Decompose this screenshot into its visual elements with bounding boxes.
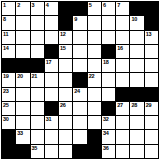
grid-cell-r8c9[interactable]: 27 (116, 102, 129, 115)
clue-number: 14 (3, 45, 9, 51)
clue-number: 5 (89, 2, 92, 8)
grid-cell-r4c3[interactable] (31, 45, 44, 58)
clue-number: 12 (60, 31, 66, 37)
grid-cell-r2c7[interactable] (88, 16, 101, 29)
clue-number: 35 (32, 145, 38, 151)
grid-cell-r9c10[interactable] (130, 116, 143, 129)
grid-cell-r11c9[interactable] (116, 145, 129, 158)
grid-cell-r9c8[interactable]: 32 (102, 116, 115, 129)
grid-cell-r7c2[interactable] (16, 88, 29, 101)
grid-cell-r5c7[interactable] (88, 59, 101, 72)
clue-number: 25 (3, 102, 9, 108)
grid-cell-r5c11[interactable] (145, 59, 158, 72)
grid-cell-r7c6[interactable]: 24 (73, 88, 86, 101)
grid-cell-r6c7[interactable]: 22 (88, 73, 101, 86)
black-cell-r10c7 (88, 130, 101, 143)
grid-cell-r3c3[interactable] (31, 31, 44, 44)
black-cell-r1c5 (59, 2, 72, 15)
grid-cell-r6c4[interactable] (45, 73, 58, 86)
clue-number: 21 (32, 73, 38, 79)
clue-number: 13 (146, 31, 152, 37)
black-cell-r4c8 (102, 45, 115, 58)
grid-cell-r3c9[interactable] (116, 31, 129, 44)
grid-cell-r2c6[interactable]: 9 (73, 16, 86, 29)
grid-cell-r5c10[interactable] (130, 59, 143, 72)
grid-cell-r2c3[interactable] (31, 16, 44, 29)
grid-cell-r8c5[interactable]: 26 (59, 102, 72, 115)
grid-cell-r11c3[interactable]: 35 (31, 145, 44, 158)
grid-cell-r11c11[interactable] (145, 145, 158, 158)
grid-cell-r1c2[interactable]: 2 (16, 2, 29, 15)
black-cell-r8c8 (102, 102, 115, 115)
grid-cell-r6c10[interactable] (130, 73, 143, 86)
grid-cell-r1c7[interactable]: 5 (88, 2, 101, 15)
grid-cell-r9c2[interactable] (16, 116, 29, 129)
clue-number: 31 (46, 116, 52, 122)
clue-number: 26 (60, 102, 66, 108)
grid-cell-r5c8[interactable]: 18 (102, 59, 115, 72)
clue-number: 1 (3, 2, 6, 8)
grid-cell-r2c8[interactable] (102, 16, 115, 29)
clue-number: 29 (146, 102, 152, 108)
black-cell-r1c6 (73, 2, 86, 15)
grid-cell-r10c8[interactable]: 34 (102, 130, 115, 143)
grid-cell-r2c4[interactable] (45, 16, 58, 29)
grid-cell-r6c9[interactable] (116, 73, 129, 86)
grid-cell-r2c9[interactable] (116, 16, 129, 29)
clue-number: 6 (103, 2, 106, 8)
grid-cell-r4c7[interactable] (88, 45, 101, 58)
grid-cell-r7c8[interactable] (102, 88, 115, 101)
black-cell-r8c4 (45, 102, 58, 115)
clue-number: 24 (74, 88, 80, 94)
clue-number: 2 (17, 2, 20, 8)
grid-cell-r9c11[interactable] (145, 116, 158, 129)
black-cell-r1c10 (130, 2, 143, 15)
clue-number: 30 (3, 116, 9, 122)
grid-cell-r4c9[interactable]: 16 (116, 45, 129, 58)
grid-cell-r1c3[interactable]: 3 (31, 2, 44, 15)
grid-cell-r5c6[interactable] (73, 59, 86, 72)
grid-cell-r1c9[interactable]: 7 (116, 2, 129, 15)
grid-cell-r10c11[interactable] (145, 130, 158, 143)
grid-cell-r10c4[interactable] (45, 130, 58, 143)
grid-cell-r11c10[interactable] (130, 145, 143, 158)
grid-cell-r6c11[interactable] (145, 73, 158, 86)
grid-cell-r3c5[interactable]: 12 (59, 31, 72, 44)
grid-cell-r8c6[interactable] (73, 102, 86, 115)
grid-cell-r8c7[interactable] (88, 102, 101, 115)
black-cell-r10c1 (2, 130, 15, 143)
black-cell-r11c6 (73, 145, 86, 158)
clue-number: 18 (103, 59, 109, 65)
grid-cell-r8c11[interactable]: 29 (145, 102, 158, 115)
grid-cell-r5c4[interactable]: 17 (45, 59, 58, 72)
grid-cell-r3c10[interactable] (130, 31, 143, 44)
clue-number: 7 (117, 2, 120, 8)
grid-cell-r6c8[interactable] (102, 73, 115, 86)
black-cell-r6c6 (73, 73, 86, 86)
grid-cell-r10c2[interactable]: 33 (16, 130, 29, 143)
grid-cell-r3c1[interactable]: 11 (2, 31, 15, 44)
grid-cell-r10c3[interactable] (31, 130, 44, 143)
grid-cell-r2c2[interactable] (16, 16, 29, 29)
crossword-board: 1234567891011121314151617181920212223242… (0, 0, 160, 160)
black-cell-r7c9 (116, 88, 129, 101)
clue-number: 17 (46, 59, 52, 65)
grid-cell-r9c5[interactable] (59, 116, 72, 129)
grid-cell-r1c8[interactable]: 6 (102, 2, 115, 15)
crossword-grid: 1234567891011121314151617181920212223242… (1, 1, 159, 159)
grid-cell-r8c2[interactable] (16, 102, 29, 115)
black-cell-r2c5 (59, 16, 72, 29)
grid-cell-r9c9[interactable] (116, 116, 129, 129)
grid-cell-r11c8[interactable]: 36 (102, 145, 115, 158)
grid-cell-r2c10[interactable]: 10 (130, 16, 143, 29)
clue-number: 34 (103, 130, 109, 136)
grid-cell-r6c1[interactable]: 19 (2, 73, 15, 86)
grid-cell-r7c7[interactable] (88, 88, 101, 101)
black-cell-r7c11 (145, 88, 158, 101)
grid-cell-r1c1[interactable]: 1 (2, 2, 15, 15)
grid-cell-r10c5[interactable] (59, 130, 72, 143)
black-cell-r5c2 (16, 59, 29, 72)
clue-number: 9 (74, 16, 77, 22)
grid-cell-r8c10[interactable]: 28 (130, 102, 143, 115)
grid-cell-r4c10[interactable] (130, 45, 143, 58)
grid-cell-r9c3[interactable] (31, 116, 44, 129)
clue-number: 33 (17, 130, 23, 136)
clue-number: 32 (103, 116, 109, 122)
grid-cell-r7c4[interactable] (45, 88, 58, 101)
grid-cell-r3c6[interactable] (73, 31, 86, 44)
grid-cell-r11c5[interactable] (59, 145, 72, 158)
grid-cell-r3c11[interactable]: 13 (145, 31, 158, 44)
grid-cell-r7c5[interactable] (59, 88, 72, 101)
black-cell-r11c2 (16, 145, 29, 158)
grid-cell-r10c9[interactable] (116, 130, 129, 143)
black-cell-r5c1 (2, 59, 15, 72)
clue-number: 28 (131, 102, 137, 108)
black-cell-r7c10 (130, 88, 143, 101)
grid-cell-r2c1[interactable]: 8 (2, 16, 15, 29)
grid-cell-r3c2[interactable] (16, 31, 29, 44)
grid-cell-r5c5[interactable] (59, 59, 72, 72)
black-cell-r11c1 (2, 145, 15, 158)
grid-cell-r4c2[interactable] (16, 45, 29, 58)
grid-cell-r9c4[interactable]: 31 (45, 116, 58, 129)
grid-cell-r4c1[interactable]: 14 (2, 45, 15, 58)
clue-number: 8 (3, 16, 6, 22)
grid-cell-r3c7[interactable] (88, 31, 101, 44)
grid-cell-r3c4[interactable] (45, 31, 58, 44)
grid-cell-r5c9[interactable] (116, 59, 129, 72)
clue-number: 15 (60, 45, 66, 51)
grid-cell-r3c8[interactable] (102, 31, 115, 44)
grid-cell-r6c2[interactable]: 20 (16, 73, 29, 86)
black-cell-r1c11 (145, 2, 158, 15)
grid-cell-r7c3[interactable] (31, 88, 44, 101)
clue-number: 36 (103, 145, 109, 151)
grid-cell-r8c3[interactable] (31, 102, 44, 115)
grid-cell-r9c1[interactable]: 30 (2, 116, 15, 129)
grid-cell-r9c6[interactable] (73, 116, 86, 129)
clue-number: 3 (32, 2, 35, 8)
clue-number: 16 (117, 45, 123, 51)
grid-cell-r6c5[interactable] (59, 73, 72, 86)
black-cell-r11c7 (88, 145, 101, 158)
grid-cell-r7c1[interactable]: 23 (2, 88, 15, 101)
clue-number: 27 (117, 102, 123, 108)
clue-number: 23 (3, 88, 9, 94)
grid-cell-r4c11[interactable] (145, 45, 158, 58)
grid-cell-r10c10[interactable] (130, 130, 143, 143)
black-cell-r5c3 (31, 59, 44, 72)
grid-cell-r4c6[interactable] (73, 45, 86, 58)
grid-cell-r1c4[interactable]: 4 (45, 2, 58, 15)
clue-number: 10 (131, 16, 137, 22)
grid-cell-r8c1[interactable]: 25 (2, 102, 15, 115)
grid-cell-r9c7[interactable] (88, 116, 101, 129)
clue-number: 19 (3, 73, 9, 79)
clue-number: 11 (3, 31, 8, 37)
grid-cell-r11c4[interactable] (45, 145, 58, 158)
grid-cell-r4c5[interactable]: 15 (59, 45, 72, 58)
grid-cell-r10c6[interactable] (73, 130, 86, 143)
clue-number: 22 (89, 73, 95, 79)
grid-cell-r6c3[interactable]: 21 (31, 73, 44, 86)
black-cell-r4c4 (45, 45, 58, 58)
clue-number: 4 (46, 2, 49, 8)
clue-number: 20 (17, 73, 23, 79)
black-cell-r2c11 (145, 16, 158, 29)
